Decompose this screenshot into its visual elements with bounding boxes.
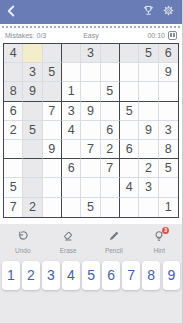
cell-r2c9[interactable]: 9 [159,63,178,82]
cell-r8c7[interactable]: 4 [120,178,139,197]
cell-r4c2[interactable] [23,102,42,121]
cell-r7c4[interactable]: 6 [62,159,81,178]
pause-icon [170,33,172,37]
numpad-key-6[interactable]: 6 [102,261,120,290]
cell-r4c4[interactable]: 3 [62,102,81,121]
pause-button[interactable] [168,31,177,40]
cell-r7c1[interactable] [4,159,23,178]
cell-r3c6[interactable]: 5 [101,82,120,101]
cell-r4c8[interactable] [139,102,158,121]
undo-button[interactable]: Undo [0,230,46,254]
cell-r8c1[interactable]: 5 [4,178,23,197]
numpad-key-2[interactable]: 2 [22,261,40,290]
numpad-key-8[interactable]: 8 [142,261,160,290]
cell-r8c4[interactable] [62,178,81,197]
cell-r7c5[interactable] [81,159,100,178]
cell-r2c2[interactable]: 3 [23,63,42,82]
number-pad: 123456789 [0,254,182,290]
cell-r2c7[interactable] [120,63,139,82]
cell-r3c1[interactable]: 8 [4,82,23,101]
hint-count-badge: 3 [162,227,169,234]
cell-r6c2[interactable] [23,140,42,159]
cell-r9c7[interactable] [120,198,139,217]
cell-r5c8[interactable]: 9 [139,121,158,140]
cell-r2c1[interactable] [4,63,23,82]
hint-button[interactable]: 3 Hint [137,230,183,254]
cell-r7c6[interactable]: 7 [101,159,120,178]
cell-r7c8[interactable]: 2 [139,159,158,178]
cell-r6c5[interactable]: 7 [81,140,100,159]
numpad-key-9[interactable]: 9 [163,261,181,290]
cell-r2c4[interactable] [62,63,81,82]
cell-r6c8[interactable] [139,140,158,159]
cell-r4c3[interactable]: 7 [43,102,62,121]
cell-r3c3[interactable] [43,82,62,101]
numpad-key-4[interactable]: 4 [62,261,80,290]
cell-r7c2[interactable] [23,159,42,178]
difficulty-label: Easy [62,32,119,39]
pencil-label: Pencil [105,247,123,254]
trophy-icon [142,4,155,20]
numpad-key-5[interactable]: 5 [82,261,100,290]
cell-r2c3[interactable]: 5 [43,63,62,82]
cell-r4c6[interactable] [101,102,120,121]
cell-r1c4[interactable] [62,44,81,63]
pencil-icon [108,230,120,245]
cell-r3c5[interactable] [81,82,100,101]
cell-r7c3[interactable] [43,159,62,178]
cell-r9c8[interactable] [139,198,158,217]
cell-r2c5[interactable] [81,63,100,82]
cell-r2c8[interactable] [139,63,158,82]
cell-r9c4[interactable] [62,198,81,217]
cell-r3c8[interactable] [139,82,158,101]
cell-r1c6[interactable] [101,44,120,63]
cell-r5c9[interactable]: 3 [159,121,178,140]
board-area: 43563598915673952546939726867255437251 [0,42,182,224]
toolbar: Undo Erase Pencil [0,224,182,254]
eraser-icon [62,230,74,245]
cell-r8c5[interactable] [81,178,100,197]
cell-r5c4[interactable]: 4 [62,121,81,140]
cell-r9c1[interactable]: 7 [4,198,23,217]
cell-r3c2[interactable]: 9 [23,82,42,101]
back-button[interactable] [7,5,15,20]
timer-value: 00:10 [147,32,165,39]
cell-r6c6[interactable]: 2 [101,140,120,159]
cell-r1c5[interactable]: 3 [81,44,100,63]
app-screen: Mistakes: 0/3 Easy 00:10 435635989156739… [0,0,182,323]
sudoku-board: 43563598915673952546939726867255437251 [3,43,179,218]
cell-r9c9[interactable]: 1 [159,198,178,217]
cell-r5c6[interactable]: 6 [101,121,120,140]
pencil-button[interactable]: Pencil [91,230,137,254]
stats-bar: Mistakes: 0/3 Easy 00:10 [0,28,182,42]
cell-r7c9[interactable]: 5 [159,159,178,178]
cell-r5c3[interactable] [43,121,62,140]
cell-r3c4[interactable]: 1 [62,82,81,101]
undo-label: Undo [15,247,31,254]
cell-r8c9[interactable] [159,178,178,197]
numpad-key-3[interactable]: 3 [42,261,60,290]
cell-r5c2[interactable]: 5 [23,121,42,140]
cell-r9c3[interactable] [43,198,62,217]
cell-r4c5[interactable]: 9 [81,102,100,121]
cell-r1c7[interactable] [120,44,139,63]
cell-r1c8[interactable]: 5 [139,44,158,63]
chevron-left-icon [7,5,15,20]
cell-r4c9[interactable] [159,102,178,121]
erase-button[interactable]: Erase [46,230,92,254]
trophy-button[interactable] [142,4,155,20]
cell-r6c9[interactable]: 8 [159,140,178,159]
cell-r9c5[interactable]: 5 [81,198,100,217]
cell-r6c4[interactable] [62,140,81,159]
cell-r6c1[interactable] [4,140,23,159]
cell-r8c3[interactable] [43,178,62,197]
cell-r6c3[interactable]: 9 [43,140,62,159]
cell-r1c3[interactable] [43,44,62,63]
cell-r9c2[interactable]: 2 [23,198,42,217]
cell-r6c7[interactable]: 6 [120,140,139,159]
cell-r5c1[interactable]: 2 [4,121,23,140]
cell-r4c7[interactable]: 5 [120,102,139,121]
cell-r5c7[interactable] [120,121,139,140]
numpad-key-7[interactable]: 7 [122,261,140,290]
cell-r1c2[interactable] [23,44,42,63]
cell-r8c6[interactable] [101,178,120,197]
erase-label: Erase [60,247,77,254]
cell-r8c2[interactable] [23,178,42,197]
gear-icon [162,4,175,20]
cell-r1c9[interactable]: 6 [159,44,178,63]
settings-button[interactable] [162,4,175,20]
cell-r1c1[interactable]: 4 [4,44,23,63]
top-bar [0,0,182,24]
numpad-key-1[interactable]: 1 [2,261,20,290]
bottom-panel: Undo Erase Pencil [0,224,182,323]
undo-icon [17,230,29,245]
mistakes-label: Mistakes: 0/3 [5,32,62,39]
cell-r4c1[interactable]: 6 [4,102,23,121]
cell-r3c9[interactable] [159,82,178,101]
cell-r7c7[interactable] [120,159,139,178]
cell-r5c5[interactable] [81,121,100,140]
timer-group: 00:10 [120,31,177,40]
cell-r2c6[interactable] [101,63,120,82]
hint-label: Hint [153,247,165,254]
cell-r3c7[interactable] [120,82,139,101]
cell-r8c8[interactable]: 3 [139,178,158,197]
cell-r9c6[interactable] [101,198,120,217]
